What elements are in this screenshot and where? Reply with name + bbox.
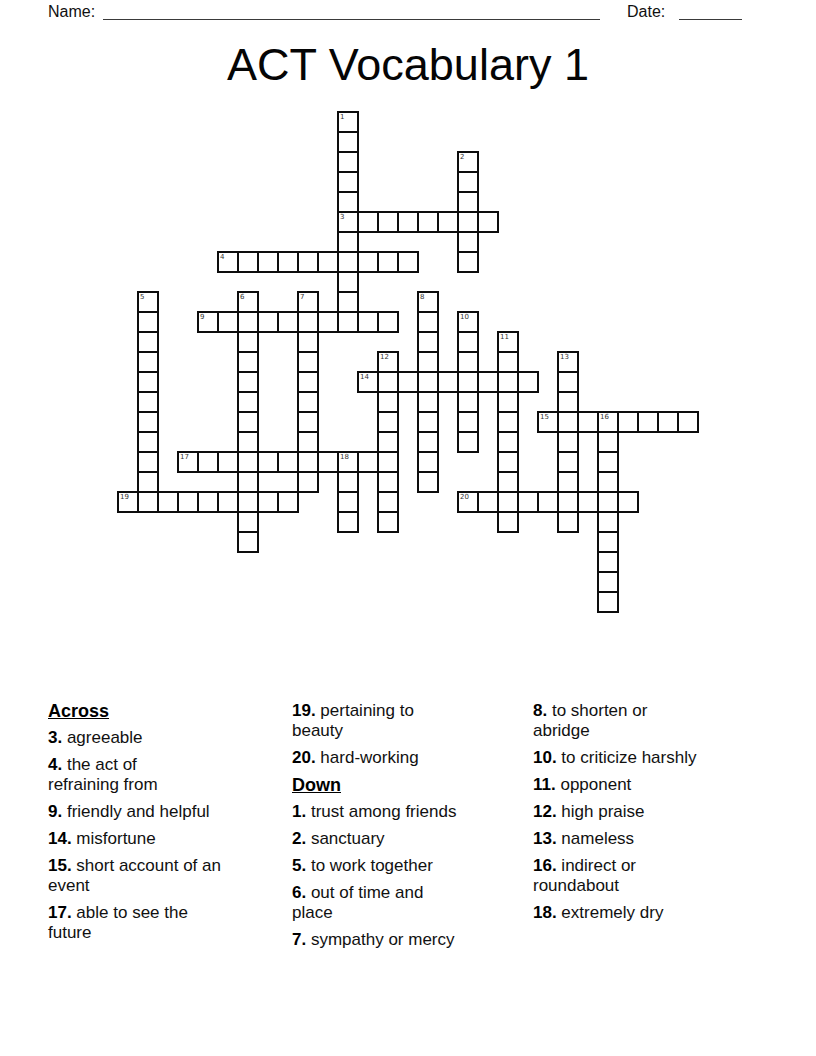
grid-cell-r13c22[interactable]	[557, 371, 579, 393]
cell-number-7: 7	[300, 293, 304, 301]
clue-number-label-17: 17.	[48, 903, 72, 922]
grid-cell-r10c7[interactable]	[257, 311, 279, 333]
grid-cell-r12c6[interactable]	[237, 351, 259, 373]
cell-number-9: 9	[200, 313, 204, 321]
grid-cell-r14c22[interactable]	[557, 391, 579, 413]
grid-cell-r19c5[interactable]	[217, 491, 239, 513]
grid-cell-r13c18[interactable]	[477, 371, 499, 393]
grid-cell-r18c19[interactable]	[497, 471, 519, 493]
grid-cell-r15c6[interactable]	[237, 411, 259, 433]
grid-cell-r15c26[interactable]	[637, 411, 659, 433]
clue-number-label-1: 1.	[292, 802, 306, 821]
grid-cell-r17c24[interactable]	[597, 451, 619, 473]
grid-cell-r20c11[interactable]	[337, 511, 359, 533]
grid-cell-r15c27[interactable]	[657, 411, 679, 433]
date-label: Date:	[627, 3, 665, 21]
grid-cell-r5c15[interactable]	[417, 211, 439, 233]
grid-cell-r14c19[interactable]	[497, 391, 519, 413]
grid-cell-r17c3[interactable]: 17	[177, 451, 199, 473]
grid-cell-r7c14[interactable]	[397, 251, 419, 273]
grid-cell-r13c20[interactable]	[517, 371, 539, 393]
grid-cell-r15c19[interactable]	[497, 411, 519, 433]
grid-cell-r15c22[interactable]	[557, 411, 579, 433]
grid-cell-r19c2[interactable]	[157, 491, 179, 513]
grid-cell-r17c9[interactable]	[297, 451, 319, 473]
grid-cell-r21c24[interactable]	[597, 531, 619, 553]
grid-cell-r11c15[interactable]	[417, 331, 439, 353]
grid-cell-r8c11[interactable]	[337, 271, 359, 293]
grid-cell-r5c16[interactable]	[437, 211, 459, 233]
grid-cell-r12c13[interactable]: 12	[377, 351, 399, 373]
grid-cell-r19c17[interactable]: 20	[457, 491, 479, 513]
grid-cell-r17c5[interactable]	[217, 451, 239, 473]
name-fill-line[interactable]	[103, 0, 600, 20]
grid-cell-r7c5[interactable]: 4	[217, 251, 239, 273]
grid-cell-r17c8[interactable]	[277, 451, 299, 473]
grid-cell-r10c5[interactable]	[217, 311, 239, 333]
grid-cell-r16c13[interactable]	[377, 431, 399, 453]
grid-cell-r15c9[interactable]	[297, 411, 319, 433]
down-header: Down	[292, 775, 524, 795]
cell-number-10: 10	[460, 313, 469, 321]
grid-cell-r19c11[interactable]	[337, 491, 359, 513]
clue-3: 3. agreeable	[48, 728, 282, 748]
clue-13: 13. nameless	[533, 829, 791, 849]
grid-cell-r9c6[interactable]: 6	[237, 291, 259, 313]
grid-cell-r19c7[interactable]	[257, 491, 279, 513]
clue-number-label-18: 18.	[533, 903, 557, 922]
clue-19: 19. pertaining to beauty	[292, 701, 524, 741]
grid-cell-r17c1[interactable]	[137, 451, 159, 473]
grid-cell-r13c14[interactable]	[397, 371, 419, 393]
clue-4: 4. the act of refraining from	[48, 755, 282, 795]
cell-number-8: 8	[420, 293, 424, 301]
grid-cell-r10c17[interactable]: 10	[457, 311, 479, 333]
grid-cell-r18c24[interactable]	[597, 471, 619, 493]
grid-cell-r15c1[interactable]	[137, 411, 159, 433]
grid-cell-r15c21[interactable]: 15	[537, 411, 559, 433]
grid-cell-r14c13[interactable]	[377, 391, 399, 413]
grid-cell-r14c1[interactable]	[137, 391, 159, 413]
grid-cell-r15c13[interactable]	[377, 411, 399, 433]
grid-cell-r5c18[interactable]	[477, 211, 499, 233]
clue-9: 9. friendly and helpful	[48, 802, 282, 822]
clue-number-label-6: 6.	[292, 883, 306, 902]
grid-cell-r3c11[interactable]	[337, 171, 359, 193]
grid-cell-r5c11[interactable]: 3	[337, 211, 359, 233]
grid-cell-r13c17[interactable]	[457, 371, 479, 393]
grid-cell-r12c17[interactable]	[457, 351, 479, 373]
date-fill-line[interactable]	[679, 0, 742, 20]
grid-cell-r18c15[interactable]	[417, 471, 439, 493]
grid-cell-r14c15[interactable]	[417, 391, 439, 413]
grid-cell-r18c6[interactable]	[237, 471, 259, 493]
grid-cell-r6c17[interactable]	[457, 231, 479, 253]
grid-cell-r16c19[interactable]	[497, 431, 519, 453]
cell-number-15: 15	[540, 413, 549, 421]
clue-12: 12. high praise	[533, 802, 791, 822]
grid-cell-r10c10[interactable]	[317, 311, 339, 333]
grid-cell-r19c1[interactable]	[137, 491, 159, 513]
grid-cell-r7c12[interactable]	[357, 251, 379, 273]
grid-cell-r10c15[interactable]	[417, 311, 439, 333]
grid-cell-r19c18[interactable]	[477, 491, 499, 513]
cell-number-20: 20	[460, 493, 469, 501]
grid-cell-r19c20[interactable]	[517, 491, 539, 513]
grid-cell-r7c6[interactable]	[237, 251, 259, 273]
grid-cell-r20c6[interactable]	[237, 511, 259, 533]
grid-cell-r17c6[interactable]	[237, 451, 259, 473]
grid-cell-r5c13[interactable]	[377, 211, 399, 233]
grid-cell-r17c12[interactable]	[357, 451, 379, 473]
grid-cell-r19c13[interactable]	[377, 491, 399, 513]
grid-cell-r16c24[interactable]	[597, 431, 619, 453]
clue-number-label-20: 20.	[292, 748, 316, 767]
clue-number-label-9: 9.	[48, 802, 62, 821]
grid-cell-r7c17[interactable]	[457, 251, 479, 273]
grid-cell-r7c11[interactable]	[337, 251, 359, 273]
grid-cell-r19c21[interactable]	[537, 491, 559, 513]
grid-cell-r7c8[interactable]	[277, 251, 299, 273]
grid-cell-r16c9[interactable]	[297, 431, 319, 453]
clue-number-label-10: 10.	[533, 748, 557, 767]
grid-cell-r19c8[interactable]	[277, 491, 299, 513]
grid-cell-r17c15[interactable]	[417, 451, 439, 473]
grid-cell-r19c25[interactable]	[617, 491, 639, 513]
grid-cell-r20c13[interactable]	[377, 511, 399, 533]
clue-number-label-11: 11.	[533, 775, 556, 794]
grid-cell-r10c1[interactable]	[137, 311, 159, 333]
grid-cell-r20c22[interactable]	[557, 511, 579, 533]
clue-number-label-16: 16.	[533, 856, 557, 875]
grid-cell-r3c17[interactable]	[457, 171, 479, 193]
cell-number-19: 19	[120, 493, 129, 501]
cell-number-13: 13	[560, 353, 569, 361]
clue-7: 7. sympathy or mercy	[292, 930, 524, 950]
grid-cell-r1c11[interactable]	[337, 131, 359, 153]
grid-cell-r9c11[interactable]	[337, 291, 359, 313]
clue-number-label-8: 8.	[533, 701, 547, 720]
name-label: Name:	[48, 3, 95, 21]
grid-cell-r7c9[interactable]	[297, 251, 319, 273]
grid-cell-r11c6[interactable]	[237, 331, 259, 353]
grid-cell-r19c24[interactable]	[597, 491, 619, 513]
grid-cell-r11c1[interactable]	[137, 331, 159, 353]
clue-number-label-4: 4.	[48, 755, 62, 774]
grid-cell-r13c9[interactable]	[297, 371, 319, 393]
grid-cell-r15c15[interactable]	[417, 411, 439, 433]
cell-number-17: 17	[180, 453, 189, 461]
clue-number-label-12: 12.	[533, 802, 557, 821]
grid-cell-r13c15[interactable]	[417, 371, 439, 393]
cell-number-3: 3	[340, 213, 344, 221]
grid-cell-r13c1[interactable]	[137, 371, 159, 393]
clue-number-label-15: 15.	[48, 856, 72, 875]
clue-11: 11. opponent	[533, 775, 791, 795]
clue-column-3: 8. to shorten or abridge10. to criticize…	[533, 701, 791, 930]
clue-10: 10. to criticize harshly	[533, 748, 791, 768]
cell-number-11: 11	[500, 333, 509, 341]
cell-number-4: 4	[220, 253, 224, 261]
clue-number-label-13: 13.	[533, 829, 557, 848]
grid-cell-r10c4[interactable]: 9	[197, 311, 219, 333]
grid-cell-r18c11[interactable]	[337, 471, 359, 493]
across-header: Across	[48, 701, 282, 721]
cell-number-6: 6	[240, 293, 244, 301]
grid-cell-r16c17[interactable]	[457, 431, 479, 453]
grid-cell-r2c11[interactable]	[337, 151, 359, 173]
grid-cell-r16c1[interactable]	[137, 431, 159, 453]
cell-number-1: 1	[340, 113, 344, 121]
grid-cell-r4c11[interactable]	[337, 191, 359, 213]
grid-cell-r17c19[interactable]	[497, 451, 519, 473]
grid-cell-r18c13[interactable]	[377, 471, 399, 493]
grid-cell-r10c8[interactable]	[277, 311, 299, 333]
grid-cell-r15c24[interactable]: 16	[597, 411, 619, 433]
grid-cell-r15c25[interactable]	[617, 411, 639, 433]
page-title: ACT Vocabulary 1	[0, 40, 816, 90]
grid-cell-r13c12[interactable]: 14	[357, 371, 379, 393]
grid-cell-r13c6[interactable]	[237, 371, 259, 393]
grid-cell-r0c11[interactable]: 1	[337, 111, 359, 133]
grid-cell-r14c9[interactable]	[297, 391, 319, 413]
grid-cell-r15c28[interactable]	[677, 411, 699, 433]
grid-cell-r10c11[interactable]	[337, 311, 359, 333]
grid-cell-r11c9[interactable]	[297, 331, 319, 353]
clue-2: 2. sanctuary	[292, 829, 524, 849]
grid-cell-r12c15[interactable]	[417, 351, 439, 373]
grid-cell-r10c9[interactable]	[297, 311, 319, 333]
clue-20: 20. hard-working	[292, 748, 524, 768]
grid-cell-r17c7[interactable]	[257, 451, 279, 473]
clue-17: 17. able to see the future	[48, 903, 282, 943]
grid-cell-r12c22[interactable]: 13	[557, 351, 579, 373]
grid-cell-r12c9[interactable]	[297, 351, 319, 373]
grid-cell-r12c1[interactable]	[137, 351, 159, 373]
grid-cell-r13c19[interactable]	[497, 371, 519, 393]
grid-cell-r19c4[interactable]	[197, 491, 219, 513]
clue-14: 14. misfortune	[48, 829, 282, 849]
cell-number-12: 12	[380, 353, 389, 361]
grid-cell-r17c10[interactable]	[317, 451, 339, 473]
clue-6: 6. out of time and place	[292, 883, 524, 923]
crossword-grid: 1234567891011121314151617181920	[117, 111, 699, 613]
cell-number-2: 2	[460, 153, 464, 161]
grid-cell-r10c12[interactable]	[357, 311, 379, 333]
clue-8: 8. to shorten or abridge	[533, 701, 791, 741]
grid-cell-r9c15[interactable]: 8	[417, 291, 439, 313]
grid-cell-r18c22[interactable]	[557, 471, 579, 493]
clue-15: 15. short account of an event	[48, 856, 282, 896]
grid-cell-r9c1[interactable]: 5	[137, 291, 159, 313]
grid-cell-r16c6[interactable]	[237, 431, 259, 453]
grid-cell-r5c14[interactable]	[397, 211, 419, 233]
grid-cell-r23c24[interactable]	[597, 571, 619, 593]
grid-cell-r17c11[interactable]: 18	[337, 451, 359, 473]
clue-5: 5. to work together	[292, 856, 524, 876]
grid-cell-r19c3[interactable]	[177, 491, 199, 513]
grid-cell-r7c13[interactable]	[377, 251, 399, 273]
grid-cell-r18c9[interactable]	[297, 471, 319, 493]
grid-cell-r16c22[interactable]	[557, 431, 579, 453]
grid-cell-r6c11[interactable]	[337, 231, 359, 253]
grid-cell-r4c17[interactable]	[457, 191, 479, 213]
grid-cell-r20c24[interactable]	[597, 511, 619, 533]
grid-cell-r13c13[interactable]	[377, 371, 399, 393]
clue-1: 1. trust among friends	[292, 802, 524, 822]
clue-number-label-14: 14.	[48, 829, 72, 848]
clue-number-label-3: 3.	[48, 728, 62, 747]
grid-cell-r11c17[interactable]	[457, 331, 479, 353]
grid-cell-r10c13[interactable]	[377, 311, 399, 333]
grid-cell-r14c17[interactable]	[457, 391, 479, 413]
grid-cell-r17c4[interactable]	[197, 451, 219, 473]
cell-number-14: 14	[360, 373, 369, 381]
grid-cell-r18c1[interactable]	[137, 471, 159, 493]
clue-number-label-5: 5.	[292, 856, 306, 875]
cell-number-5: 5	[140, 293, 144, 301]
grid-cell-r19c0[interactable]: 19	[117, 491, 139, 513]
grid-cell-r12c19[interactable]	[497, 351, 519, 373]
clue-column-1: Across3. agreeable4. the act of refraini…	[48, 701, 282, 950]
grid-cell-r15c17[interactable]	[457, 411, 479, 433]
clue-number-label-7: 7.	[292, 930, 306, 949]
grid-cell-r15c23[interactable]	[577, 411, 599, 433]
grid-cell-r9c9[interactable]: 7	[297, 291, 319, 313]
grid-cell-r19c23[interactable]	[577, 491, 599, 513]
grid-cell-r7c7[interactable]	[257, 251, 279, 273]
grid-cell-r5c17[interactable]	[457, 211, 479, 233]
grid-cell-r19c6[interactable]	[237, 491, 259, 513]
grid-cell-r24c24[interactable]	[597, 591, 619, 613]
grid-cell-r5c12[interactable]	[357, 211, 379, 233]
clue-18: 18. extremely dry	[533, 903, 791, 923]
grid-cell-r11c19[interactable]: 11	[497, 331, 519, 353]
grid-cell-r21c6[interactable]	[237, 531, 259, 553]
cell-number-18: 18	[340, 453, 349, 461]
grid-cell-r2c17[interactable]: 2	[457, 151, 479, 173]
grid-cell-r10c6[interactable]	[237, 311, 259, 333]
clue-number-label-2: 2.	[292, 829, 306, 848]
grid-cell-r13c16[interactable]	[437, 371, 459, 393]
clue-column-2: 19. pertaining to beauty20. hard-working…	[292, 701, 524, 957]
grid-cell-r7c10[interactable]	[317, 251, 339, 273]
grid-cell-r14c6[interactable]	[237, 391, 259, 413]
grid-cell-r20c19[interactable]	[497, 511, 519, 533]
grid-cell-r19c22[interactable]	[557, 491, 579, 513]
clue-16: 16. indirect or roundabout	[533, 856, 791, 896]
grid-cell-r16c15[interactable]	[417, 431, 439, 453]
clue-number-label-19: 19.	[292, 701, 316, 720]
grid-cell-r22c24[interactable]	[597, 551, 619, 573]
grid-cell-r17c13[interactable]	[377, 451, 399, 473]
grid-cell-r17c22[interactable]	[557, 451, 579, 473]
cell-number-16: 16	[600, 413, 609, 421]
grid-cell-r19c19[interactable]	[497, 491, 519, 513]
